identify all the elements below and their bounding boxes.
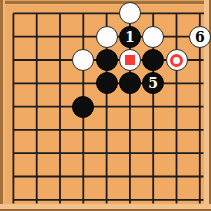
move-number-label: 1 xyxy=(125,29,135,43)
white-stone-circle-marked xyxy=(166,49,188,71)
white-stone-square-marked xyxy=(119,49,141,71)
move-number-label: 5 xyxy=(148,76,158,90)
move-number-label: 6 xyxy=(195,29,205,43)
circle-marker-icon xyxy=(170,54,183,67)
go-board: 165 xyxy=(0,0,211,211)
black-stone xyxy=(96,49,118,71)
white-stone xyxy=(96,26,118,48)
black-stone-move-1: 1 xyxy=(119,26,141,48)
white-stone xyxy=(142,26,164,48)
square-marker-icon xyxy=(125,55,135,65)
black-stone xyxy=(96,72,118,94)
black-stone xyxy=(72,96,94,118)
white-stone-move-6: 6 xyxy=(189,26,211,48)
